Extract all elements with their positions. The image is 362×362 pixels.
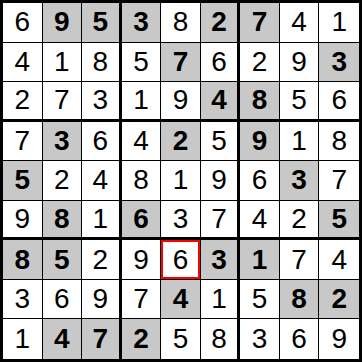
cell-r3c1[interactable]: 2 bbox=[3, 82, 43, 122]
cell-r7c8[interactable]: 7 bbox=[280, 240, 320, 280]
cell-r9c8[interactable]: 6 bbox=[280, 319, 320, 359]
cell-r9c5[interactable]: 5 bbox=[161, 319, 201, 359]
cell-r3c7[interactable]: 8 bbox=[240, 82, 280, 122]
cell-r2c9[interactable]: 3 bbox=[319, 43, 359, 83]
cell-r9c3[interactable]: 7 bbox=[82, 319, 122, 359]
cell-r1c8[interactable]: 4 bbox=[280, 3, 320, 43]
cell-r5c5[interactable]: 1 bbox=[161, 161, 201, 201]
cell-r8c8[interactable]: 8 bbox=[280, 280, 320, 320]
cell-r3c2[interactable]: 7 bbox=[43, 82, 83, 122]
cell-r3c4[interactable]: 1 bbox=[122, 82, 162, 122]
cell-r1c7[interactable]: 7 bbox=[240, 3, 280, 43]
cell-r4c2[interactable]: 3 bbox=[43, 122, 83, 162]
cell-r4c8[interactable]: 1 bbox=[280, 122, 320, 162]
cell-r7c6[interactable]: 3 bbox=[201, 240, 241, 280]
cell-r3c8[interactable]: 5 bbox=[280, 82, 320, 122]
cell-r2c8[interactable]: 9 bbox=[280, 43, 320, 83]
cell-r5c8[interactable]: 3 bbox=[280, 161, 320, 201]
cell-r8c7[interactable]: 5 bbox=[240, 280, 280, 320]
cell-r1c2[interactable]: 9 bbox=[43, 3, 83, 43]
cell-r1c5[interactable]: 8 bbox=[161, 3, 201, 43]
cell-r6c5[interactable]: 3 bbox=[161, 201, 201, 241]
cell-r3c9[interactable]: 6 bbox=[319, 82, 359, 122]
cell-r3c5[interactable]: 9 bbox=[161, 82, 201, 122]
cell-r8c2[interactable]: 6 bbox=[43, 280, 83, 320]
cell-r2c6[interactable]: 6 bbox=[201, 43, 241, 83]
cell-r9c6[interactable]: 8 bbox=[201, 319, 241, 359]
cell-r9c2[interactable]: 4 bbox=[43, 319, 83, 359]
cell-r6c4[interactable]: 6 bbox=[122, 201, 162, 241]
cell-r7c7[interactable]: 1 bbox=[240, 240, 280, 280]
cell-r6c7[interactable]: 4 bbox=[240, 201, 280, 241]
cell-r1c6[interactable]: 2 bbox=[201, 3, 241, 43]
cell-r5c4[interactable]: 8 bbox=[122, 161, 162, 201]
cell-r7c9[interactable]: 4 bbox=[319, 240, 359, 280]
cell-r3c6[interactable]: 4 bbox=[201, 82, 241, 122]
cell-r5c3[interactable]: 4 bbox=[82, 161, 122, 201]
cell-r9c1[interactable]: 1 bbox=[3, 319, 43, 359]
cell-r8c3[interactable]: 9 bbox=[82, 280, 122, 320]
cell-r9c4[interactable]: 2 bbox=[122, 319, 162, 359]
cell-r7c3[interactable]: 2 bbox=[82, 240, 122, 280]
cell-r6c1[interactable]: 9 bbox=[3, 201, 43, 241]
cell-r4c1[interactable]: 7 bbox=[3, 122, 43, 162]
cell-r7c2[interactable]: 5 bbox=[43, 240, 83, 280]
cell-r7c5[interactable]: 6 bbox=[161, 240, 201, 280]
cell-r2c5[interactable]: 7 bbox=[161, 43, 201, 83]
cell-r4c9[interactable]: 8 bbox=[319, 122, 359, 162]
cell-r8c9[interactable]: 2 bbox=[319, 280, 359, 320]
cell-r5c2[interactable]: 2 bbox=[43, 161, 83, 201]
cell-r2c2[interactable]: 1 bbox=[43, 43, 83, 83]
cell-r9c9[interactable]: 9 bbox=[319, 319, 359, 359]
cell-r8c6[interactable]: 1 bbox=[201, 280, 241, 320]
cell-r9c7[interactable]: 3 bbox=[240, 319, 280, 359]
cell-r2c1[interactable]: 4 bbox=[3, 43, 43, 83]
cell-r6c6[interactable]: 7 bbox=[201, 201, 241, 241]
cell-r4c6[interactable]: 5 bbox=[201, 122, 241, 162]
cell-r8c4[interactable]: 7 bbox=[122, 280, 162, 320]
cell-r4c7[interactable]: 9 bbox=[240, 122, 280, 162]
cell-r5c6[interactable]: 9 bbox=[201, 161, 241, 201]
cell-r8c1[interactable]: 3 bbox=[3, 280, 43, 320]
cell-r6c9[interactable]: 5 bbox=[319, 201, 359, 241]
cell-r5c7[interactable]: 6 bbox=[240, 161, 280, 201]
cell-r4c4[interactable]: 4 bbox=[122, 122, 162, 162]
cell-r1c3[interactable]: 5 bbox=[82, 3, 122, 43]
cell-r4c5[interactable]: 2 bbox=[161, 122, 201, 162]
cell-r4c3[interactable]: 6 bbox=[82, 122, 122, 162]
cell-r7c4[interactable]: 9 bbox=[122, 240, 162, 280]
sudoku-board: 6953827414185762932731948567364259185248… bbox=[0, 0, 362, 362]
cell-r6c3[interactable]: 1 bbox=[82, 201, 122, 241]
cell-r1c1[interactable]: 6 bbox=[3, 3, 43, 43]
cell-r2c3[interactable]: 8 bbox=[82, 43, 122, 83]
cell-r5c9[interactable]: 7 bbox=[319, 161, 359, 201]
cell-r1c9[interactable]: 1 bbox=[319, 3, 359, 43]
cell-r6c2[interactable]: 8 bbox=[43, 201, 83, 241]
cell-r1c4[interactable]: 3 bbox=[122, 3, 162, 43]
cell-r5c1[interactable]: 5 bbox=[3, 161, 43, 201]
cell-r2c7[interactable]: 2 bbox=[240, 43, 280, 83]
cell-r6c8[interactable]: 2 bbox=[280, 201, 320, 241]
cell-r8c5[interactable]: 4 bbox=[161, 280, 201, 320]
cell-r7c1[interactable]: 8 bbox=[3, 240, 43, 280]
cell-r3c3[interactable]: 3 bbox=[82, 82, 122, 122]
cell-r2c4[interactable]: 5 bbox=[122, 43, 162, 83]
